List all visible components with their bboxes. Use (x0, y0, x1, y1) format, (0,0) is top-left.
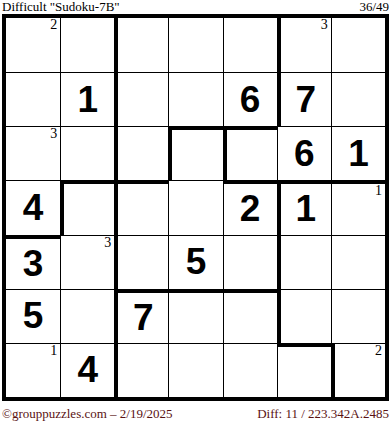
puzzle-title: Difficult "Sudoku-7B" (2, 0, 120, 13)
given-digit: 7 (295, 81, 316, 118)
board-cell-r2c5[interactable]: 6 (223, 72, 277, 126)
board-cell-r2c1[interactable] (6, 72, 60, 126)
board-cell-r6c2[interactable] (60, 289, 114, 343)
given-digit: 5 (186, 243, 207, 280)
board-cell-r4c7[interactable]: 1 (331, 180, 385, 234)
given-digit: 3 (23, 245, 44, 282)
board-cell-r6c1[interactable]: 5 (6, 289, 60, 343)
board-cell-r2c3[interactable] (114, 72, 168, 126)
footer-bar: ©grouppuzzles.com – 2/19/2025 Diff: 11 /… (2, 406, 389, 421)
board-cell-r6c3[interactable]: 7 (114, 289, 168, 343)
board-cell-r2c6[interactable]: 7 (277, 72, 331, 126)
board-cell-r7c6[interactable] (277, 343, 331, 397)
board-cell-r6c5[interactable] (223, 289, 277, 343)
given-digit: 2 (240, 190, 261, 227)
board-cell-r5c2[interactable]: 3 (60, 235, 114, 289)
board-cell-r2c2[interactable]: 1 (60, 72, 114, 126)
board-cell-r4c1[interactable]: 4 (6, 180, 60, 234)
board-cell-r5c7[interactable] (331, 235, 385, 289)
board-cell-r7c2[interactable]: 4 (60, 343, 114, 397)
corner-label: 2 (375, 345, 382, 357)
given-digit: 4 (77, 351, 98, 388)
given-digit: 6 (240, 81, 261, 118)
board-cell-r2c4[interactable] (168, 72, 222, 126)
board-cell-r4c3[interactable] (114, 180, 168, 234)
board-cell-r7c1[interactable]: 1 (6, 343, 60, 397)
corner-label: 1 (50, 345, 57, 357)
board-cell-r4c6[interactable]: 1 (277, 180, 331, 234)
board-cell-r3c7[interactable]: 1 (331, 126, 385, 180)
board-cell-r6c4[interactable] (168, 289, 222, 343)
puzzle-page: Difficult "Sudoku-7B" 36/49 231673614211… (0, 0, 391, 426)
board-cell-r7c4[interactable] (168, 343, 222, 397)
given-digit: 1 (295, 190, 316, 227)
board-cell-r5c3[interactable] (114, 235, 168, 289)
board-cell-r6c7[interactable] (331, 289, 385, 343)
board-cell-r5c6[interactable] (277, 235, 331, 289)
corner-label: 3 (50, 128, 57, 140)
board-cell-r3c3[interactable] (114, 126, 168, 180)
board-cell-r4c5[interactable]: 2 (223, 180, 277, 234)
board-cell-r1c1[interactable]: 2 (6, 18, 60, 72)
difficulty-text: Diff: 11 / 223.342A.2485 (257, 406, 389, 421)
given-digit: 7 (133, 299, 154, 336)
board-cell-r7c7[interactable]: 2 (331, 343, 385, 397)
board-cell-r1c4[interactable] (168, 18, 222, 72)
board-cell-r3c4[interactable] (168, 126, 222, 180)
board-cell-r1c6[interactable]: 3 (277, 18, 331, 72)
board-cell-r5c5[interactable] (223, 235, 277, 289)
board-cell-r6c6[interactable] (277, 289, 331, 343)
given-digit: 6 (294, 135, 315, 172)
board-cell-r5c1[interactable]: 3 (6, 235, 60, 289)
board-cell-r3c2[interactable] (60, 126, 114, 180)
board-cell-r7c5[interactable] (223, 343, 277, 397)
corner-label: 2 (50, 19, 57, 31)
board-cell-r1c5[interactable] (223, 18, 277, 72)
board-cell-r1c2[interactable] (60, 18, 114, 72)
empty-cells-counter: 36/49 (359, 0, 389, 13)
board-cell-r5c4[interactable]: 5 (168, 235, 222, 289)
header-bar: Difficult "Sudoku-7B" 36/49 (2, 0, 389, 13)
board-cell-r3c5[interactable] (223, 126, 277, 180)
board-cell-r3c6[interactable]: 6 (277, 126, 331, 180)
board-cell-r4c2[interactable] (60, 180, 114, 234)
board-cell-r2c7[interactable] (331, 72, 385, 126)
sudoku-board: 23167361421133557142 (2, 14, 389, 401)
copyright-text: ©grouppuzzles.com – 2/19/2025 (2, 406, 173, 421)
corner-label: 3 (104, 237, 111, 249)
board-cell-r4c4[interactable] (168, 180, 222, 234)
corner-label: 1 (375, 185, 382, 197)
given-digit: 5 (23, 297, 44, 334)
given-digit: 1 (348, 135, 369, 172)
board-cell-r3c1[interactable]: 3 (6, 126, 60, 180)
board-cell-r1c3[interactable] (114, 18, 168, 72)
given-digit: 4 (23, 189, 44, 226)
board-cell-r7c3[interactable] (114, 343, 168, 397)
corner-label: 3 (321, 19, 328, 31)
given-digit: 1 (77, 81, 98, 118)
board-cell-r1c7[interactable] (331, 18, 385, 72)
